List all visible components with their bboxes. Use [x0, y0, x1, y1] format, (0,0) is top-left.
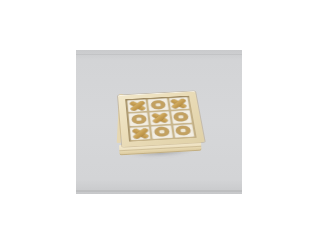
o-piece: [174, 112, 189, 122]
x-piece: [170, 98, 187, 109]
o-piece: [151, 100, 166, 109]
cell-r3c1: [130, 126, 151, 140]
o-piece: [154, 127, 169, 137]
cell-r2c2: [150, 111, 171, 124]
x-piece: [151, 112, 168, 123]
o-piece: [176, 126, 192, 136]
cell-r3c2: [151, 125, 172, 139]
cell-r1c2: [148, 98, 169, 111]
cell-r2c3: [171, 110, 192, 123]
cell-r2c1: [128, 113, 149, 127]
tictactoe-board: [118, 91, 205, 147]
board-well: [125, 96, 197, 142]
o-piece: [131, 114, 146, 124]
cell-r1c1: [127, 99, 147, 112]
cell-r3c3: [173, 124, 195, 138]
board-grid: [127, 97, 194, 140]
x-piece: [129, 100, 146, 111]
cell-r1c3: [169, 97, 190, 110]
x-piece: [132, 127, 149, 139]
